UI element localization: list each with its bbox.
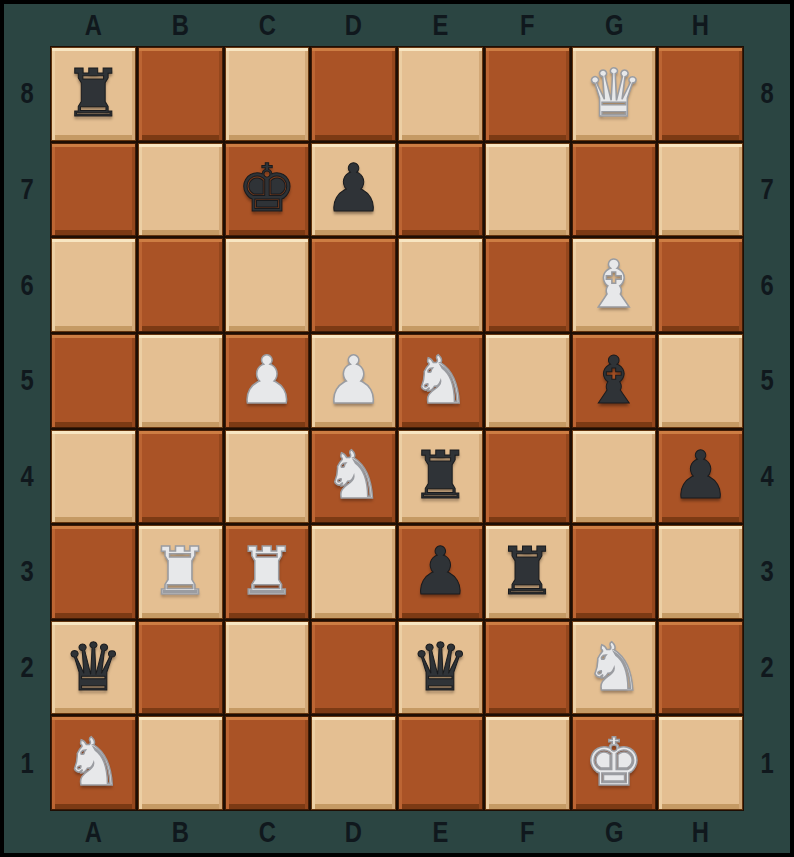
piece-black-rook[interactable]: ♜: [498, 539, 557, 605]
file-label-f-top: F: [492, 4, 563, 46]
square-d8[interactable]: [311, 47, 396, 141]
square-b7[interactable]: [138, 143, 223, 237]
piece-white-rook[interactable]: ♜: [237, 539, 296, 605]
square-g6[interactable]: ♝: [572, 238, 657, 332]
square-a5[interactable]: [51, 334, 136, 428]
square-h8[interactable]: [658, 47, 743, 141]
file-label-d-bottom: D: [318, 811, 389, 853]
square-h4[interactable]: ♟: [658, 430, 743, 524]
corner-top-right: [744, 4, 790, 46]
square-e3[interactable]: ♟: [398, 525, 483, 619]
square-g1[interactable]: ♚: [572, 716, 657, 810]
square-a4[interactable]: [51, 430, 136, 524]
rank-label-1-right: 1: [748, 715, 786, 811]
square-b5[interactable]: [138, 334, 223, 428]
square-d7[interactable]: ♟: [311, 143, 396, 237]
corner-top-left: [4, 4, 50, 46]
file-label-e-bottom: E: [405, 811, 476, 853]
square-c2[interactable]: [225, 621, 310, 715]
square-g3[interactable]: [572, 525, 657, 619]
square-f6[interactable]: [485, 238, 570, 332]
piece-black-king[interactable]: ♚: [237, 156, 296, 222]
square-b1[interactable]: [138, 716, 223, 810]
piece-white-knight[interactable]: ♞: [64, 730, 123, 796]
square-c7[interactable]: ♚: [225, 143, 310, 237]
square-d5[interactable]: ♟: [311, 334, 396, 428]
piece-black-queen[interactable]: ♛: [64, 635, 123, 701]
square-g2[interactable]: ♞: [572, 621, 657, 715]
file-label-g-top: G: [578, 4, 649, 46]
corner-bottom-left: [4, 811, 50, 853]
square-g7[interactable]: [572, 143, 657, 237]
square-d1[interactable]: [311, 716, 396, 810]
chess-board: ♜♛♚♟♝♟♟♞♝♞♜♟♜♜♟♜♛♛♞♞♚: [50, 46, 744, 811]
file-label-c-bottom: C: [231, 811, 302, 853]
square-e2[interactable]: ♛: [398, 621, 483, 715]
square-d2[interactable]: [311, 621, 396, 715]
square-a2[interactable]: ♛: [51, 621, 136, 715]
file-label-h-top: H: [665, 4, 736, 46]
square-a1[interactable]: ♞: [51, 716, 136, 810]
rank-label-7-left: 7: [8, 142, 46, 238]
square-c5[interactable]: ♟: [225, 334, 310, 428]
square-e6[interactable]: [398, 238, 483, 332]
rank-label-2-right: 2: [748, 620, 786, 716]
square-c1[interactable]: [225, 716, 310, 810]
square-g5[interactable]: ♝: [572, 334, 657, 428]
file-label-d-top: D: [318, 4, 389, 46]
square-h1[interactable]: [658, 716, 743, 810]
square-f3[interactable]: ♜: [485, 525, 570, 619]
piece-white-queen[interactable]: ♛: [584, 61, 643, 127]
square-c4[interactable]: [225, 430, 310, 524]
chess-app-window: ABCDEFGH 87654321 ♜♛♚♟♝♟♟♞♝♞♜♟♜♜♟♜♛♛♞♞♚ …: [0, 0, 794, 857]
square-b2[interactable]: [138, 621, 223, 715]
rank-label-5-left: 5: [8, 333, 46, 429]
square-c6[interactable]: [225, 238, 310, 332]
piece-black-queen[interactable]: ♛: [411, 635, 470, 701]
rank-labels-right: 87654321: [744, 46, 790, 811]
piece-black-pawn[interactable]: ♟: [324, 156, 383, 222]
file-label-h-bottom: H: [665, 811, 736, 853]
square-a8[interactable]: ♜: [51, 47, 136, 141]
file-label-g-bottom: G: [578, 811, 649, 853]
file-label-e-top: E: [405, 4, 476, 46]
file-label-f-bottom: F: [492, 811, 563, 853]
rank-label-5-right: 5: [748, 333, 786, 429]
square-a7[interactable]: [51, 143, 136, 237]
square-d6[interactable]: [311, 238, 396, 332]
square-a3[interactable]: [51, 525, 136, 619]
piece-white-bishop[interactable]: ♝: [584, 252, 643, 318]
square-b8[interactable]: [138, 47, 223, 141]
rank-label-3-left: 3: [8, 524, 46, 620]
piece-white-knight[interactable]: ♞: [324, 443, 383, 509]
rank-label-2-left: 2: [8, 620, 46, 716]
file-label-a-bottom: A: [58, 811, 129, 853]
file-label-b-top: B: [145, 4, 216, 46]
piece-black-rook[interactable]: ♜: [64, 61, 123, 127]
rank-label-8-right: 8: [748, 46, 786, 142]
piece-white-knight[interactable]: ♞: [411, 348, 470, 414]
rank-label-4-right: 4: [748, 429, 786, 525]
piece-white-rook[interactable]: ♜: [151, 539, 210, 605]
square-f5[interactable]: [485, 334, 570, 428]
square-b3[interactable]: ♜: [138, 525, 223, 619]
piece-white-pawn[interactable]: ♟: [324, 348, 383, 414]
square-e8[interactable]: [398, 47, 483, 141]
piece-black-bishop[interactable]: ♝: [584, 348, 643, 414]
rank-label-8-left: 8: [8, 46, 46, 142]
square-a6[interactable]: [51, 238, 136, 332]
square-h6[interactable]: [658, 238, 743, 332]
square-f2[interactable]: [485, 621, 570, 715]
file-label-b-bottom: B: [145, 811, 216, 853]
square-f1[interactable]: [485, 716, 570, 810]
square-c3[interactable]: ♜: [225, 525, 310, 619]
square-e1[interactable]: [398, 716, 483, 810]
square-h2[interactable]: [658, 621, 743, 715]
corner-bottom-right: [744, 811, 790, 853]
square-f8[interactable]: [485, 47, 570, 141]
rank-label-6-right: 6: [748, 237, 786, 333]
rank-label-6-left: 6: [8, 237, 46, 333]
piece-black-pawn[interactable]: ♟: [671, 443, 730, 509]
square-d4[interactable]: ♞: [311, 430, 396, 524]
file-labels-bottom: ABCDEFGH: [50, 811, 744, 853]
piece-black-pawn[interactable]: ♟: [411, 539, 470, 605]
file-labels-top: ABCDEFGH: [50, 4, 744, 46]
rank-label-7-right: 7: [748, 142, 786, 238]
square-f7[interactable]: [485, 143, 570, 237]
square-e4[interactable]: ♜: [398, 430, 483, 524]
rank-label-4-left: 4: [8, 429, 46, 525]
square-d3[interactable]: [311, 525, 396, 619]
piece-white-pawn[interactable]: ♟: [237, 348, 296, 414]
square-b6[interactable]: [138, 238, 223, 332]
piece-white-king[interactable]: ♚: [584, 730, 643, 796]
square-g4[interactable]: [572, 430, 657, 524]
square-e7[interactable]: [398, 143, 483, 237]
piece-white-knight[interactable]: ♞: [584, 635, 643, 701]
square-c8[interactable]: [225, 47, 310, 141]
square-b4[interactable]: [138, 430, 223, 524]
rank-label-1-left: 1: [8, 715, 46, 811]
rank-label-3-right: 3: [748, 524, 786, 620]
piece-black-rook[interactable]: ♜: [411, 443, 470, 509]
square-h3[interactable]: [658, 525, 743, 619]
file-label-c-top: C: [231, 4, 302, 46]
square-e5[interactable]: ♞: [398, 334, 483, 428]
square-h5[interactable]: [658, 334, 743, 428]
square-h7[interactable]: [658, 143, 743, 237]
square-f4[interactable]: [485, 430, 570, 524]
rank-labels-left: 87654321: [4, 46, 50, 811]
file-label-a-top: A: [58, 4, 129, 46]
square-g8[interactable]: ♛: [572, 47, 657, 141]
